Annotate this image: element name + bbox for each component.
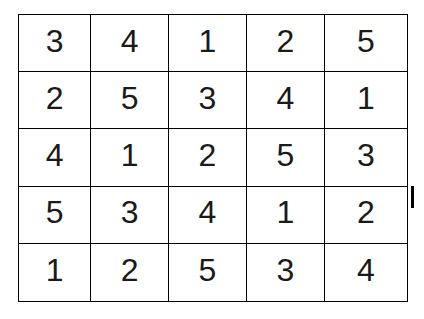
cell-r4c5[interactable]: 2 [325, 187, 407, 244]
cell-r3c2[interactable]: 1 [91, 129, 169, 186]
cell-r2c4[interactable]: 4 [247, 72, 325, 129]
cell-r3c4[interactable]: 5 [247, 129, 325, 186]
cell-r2c2[interactable]: 5 [91, 72, 169, 129]
cell-r3c1[interactable]: 4 [19, 129, 91, 186]
cell-r3c5[interactable]: 3 [325, 129, 407, 186]
cell-r2c1[interactable]: 2 [19, 72, 91, 129]
cell-r1c3[interactable]: 1 [169, 15, 247, 72]
cell-r4c4[interactable]: 1 [247, 187, 325, 244]
cell-r5c5[interactable]: 4 [325, 244, 407, 301]
cell-r3c3[interactable]: 2 [169, 129, 247, 186]
cell-r1c5[interactable]: 5 [325, 15, 407, 72]
document-page: 3412525341412535341212534 [0, 0, 424, 319]
cell-r5c2[interactable]: 2 [91, 244, 169, 301]
cell-r5c4[interactable]: 3 [247, 244, 325, 301]
cell-r5c3[interactable]: 5 [169, 244, 247, 301]
latin-square-board: 3412525341412535341212534 [18, 14, 408, 302]
cell-r5c1[interactable]: 1 [19, 244, 91, 301]
cell-r2c3[interactable]: 3 [169, 72, 247, 129]
cell-r1c2[interactable]: 4 [91, 15, 169, 72]
cell-r4c3[interactable]: 4 [169, 187, 247, 244]
cell-r1c1[interactable]: 3 [19, 15, 91, 72]
cell-r1c4[interactable]: 2 [247, 15, 325, 72]
cell-r4c1[interactable]: 5 [19, 187, 91, 244]
cell-r4c2[interactable]: 3 [91, 187, 169, 244]
cell-r2c5[interactable]: 1 [325, 72, 407, 129]
text-caret [411, 186, 414, 208]
